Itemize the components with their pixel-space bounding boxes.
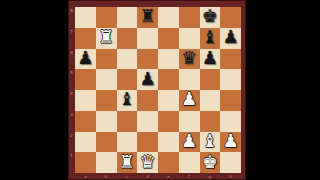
square-a5[interactable] [75,69,96,90]
square-c3[interactable] [117,111,138,132]
square-a4[interactable] [75,90,96,111]
square-b1[interactable] [96,152,117,173]
square-h1[interactable] [220,152,241,173]
square-g3[interactable] [200,111,221,132]
square-b4[interactable] [96,90,117,111]
square-b2[interactable] [96,132,117,153]
square-e2[interactable] [158,132,179,153]
coord-rank-1: 1 [68,153,75,159]
square-f8[interactable] [179,7,200,28]
square-b5[interactable] [96,69,117,90]
coord-rank-3: 3 [68,112,75,118]
square-a3[interactable] [75,111,96,132]
piece-white-bishop[interactable]: ♝ [202,132,218,150]
coord-file-g: g [206,174,214,180]
square-a1[interactable] [75,152,96,173]
coord-rank-7: 7 [68,29,75,35]
square-d2[interactable] [137,132,158,153]
square-f4[interactable]: ♟ [179,90,200,111]
square-b7[interactable]: ♜ [96,28,117,49]
square-e3[interactable] [158,111,179,132]
square-e7[interactable] [158,28,179,49]
square-d7[interactable] [137,28,158,49]
square-h3[interactable] [220,111,241,132]
square-d6[interactable] [137,49,158,70]
square-d1[interactable]: ♛ [137,152,158,173]
piece-black-pawn[interactable]: ♟ [202,49,218,67]
square-g7[interactable]: ♝ [200,28,221,49]
coord-rank-5: 5 [68,70,75,76]
square-g4[interactable] [200,90,221,111]
piece-black-pawn[interactable]: ♟ [140,70,156,88]
square-h5[interactable] [220,69,241,90]
coord-file-b: b [102,174,110,180]
coord-file-f: f [185,174,193,180]
app-background: ♜♚♜♝♟♟♛♟♟♝♟♟♝♟♜♛♚ 87654321abcdefgh [0,0,320,180]
square-g5[interactable] [200,69,221,90]
square-d4[interactable] [137,90,158,111]
square-c4[interactable]: ♝ [117,90,138,111]
square-g2[interactable]: ♝ [200,132,221,153]
square-e4[interactable] [158,90,179,111]
square-f3[interactable] [179,111,200,132]
coord-rank-2: 2 [68,133,75,139]
square-c8[interactable] [117,7,138,28]
square-c6[interactable] [117,49,138,70]
coord-file-c: c [123,174,131,180]
coord-rank-6: 6 [68,50,75,56]
square-c2[interactable] [117,132,138,153]
square-a6[interactable]: ♟ [75,49,96,70]
square-e6[interactable] [158,49,179,70]
piece-black-queen[interactable]: ♛ [181,49,197,67]
square-f7[interactable] [179,28,200,49]
coord-file-e: e [164,174,172,180]
piece-black-king[interactable]: ♚ [202,7,218,25]
piece-white-rook[interactable]: ♜ [98,28,114,46]
square-d3[interactable] [137,111,158,132]
square-d5[interactable]: ♟ [137,69,158,90]
piece-white-pawn[interactable]: ♟ [181,90,197,108]
chess-board-frame: ♜♚♜♝♟♟♛♟♟♝♟♟♝♟♜♛♚ [68,0,246,180]
square-e1[interactable] [158,152,179,173]
piece-white-pawn[interactable]: ♟ [223,132,239,150]
square-f6[interactable]: ♛ [179,49,200,70]
piece-white-king[interactable]: ♚ [202,153,218,171]
coord-file-h: h [227,174,235,180]
square-g1[interactable]: ♚ [200,152,221,173]
square-f5[interactable] [179,69,200,90]
square-h6[interactable] [220,49,241,70]
piece-white-queen[interactable]: ♛ [140,153,156,171]
piece-black-pawn[interactable]: ♟ [223,28,239,46]
square-g6[interactable]: ♟ [200,49,221,70]
square-b8[interactable] [96,7,117,28]
square-e5[interactable] [158,69,179,90]
coord-file-a: a [81,174,89,180]
piece-black-bishop[interactable]: ♝ [202,28,218,46]
square-f2[interactable]: ♟ [179,132,200,153]
square-b6[interactable] [96,49,117,70]
square-d8[interactable]: ♜ [137,7,158,28]
coord-rank-4: 4 [68,91,75,97]
piece-white-pawn[interactable]: ♟ [181,132,197,150]
square-c1[interactable]: ♜ [117,152,138,173]
square-a7[interactable] [75,28,96,49]
square-f1[interactable] [179,152,200,173]
square-a2[interactable] [75,132,96,153]
coord-rank-8: 8 [68,8,75,14]
square-b3[interactable] [96,111,117,132]
chess-board: ♜♚♜♝♟♟♛♟♟♝♟♟♝♟♜♛♚ [75,7,241,173]
square-h8[interactable] [220,7,241,28]
square-c5[interactable] [117,69,138,90]
square-h4[interactable] [220,90,241,111]
square-h2[interactable]: ♟ [220,132,241,153]
square-c7[interactable] [117,28,138,49]
square-e8[interactable] [158,7,179,28]
square-a8[interactable] [75,7,96,28]
coord-file-d: d [144,174,152,180]
piece-black-pawn[interactable]: ♟ [77,49,93,67]
piece-black-bishop[interactable]: ♝ [119,90,135,108]
square-h7[interactable]: ♟ [220,28,241,49]
square-g8[interactable]: ♚ [200,7,221,28]
piece-white-rook[interactable]: ♜ [119,153,135,171]
piece-black-rook[interactable]: ♜ [140,7,156,25]
